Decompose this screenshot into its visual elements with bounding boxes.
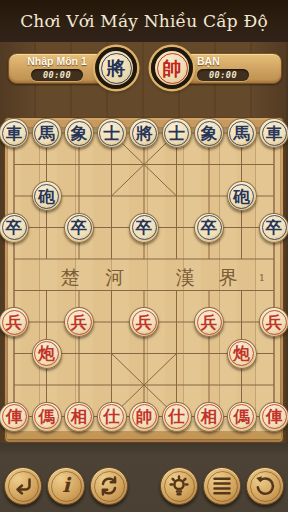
piece-glyph: 兵 (136, 314, 153, 331)
piece-black-soldier[interactable]: 卒 (259, 213, 288, 243)
piece-glyph: 卒 (71, 220, 88, 237)
black-general-icon: 將 (107, 59, 126, 78)
piece-glyph: 仕 (168, 409, 185, 426)
swap-sides-icon (97, 474, 121, 498)
piece-glyph: 象 (71, 125, 88, 142)
piece-red-soldier[interactable]: 兵 (129, 307, 159, 337)
piece-black-advisor[interactable]: 士 (162, 118, 192, 148)
hint-button[interactable] (160, 467, 198, 505)
header-bar: Chơi Với Máy Nhiều Cấp Độ (0, 0, 288, 42)
piece-glyph: 兵 (6, 314, 23, 331)
piece-black-horse[interactable]: 馬 (227, 118, 257, 148)
piece-glyph: 兵 (71, 314, 88, 331)
piece-glyph: 俥 (266, 409, 283, 426)
page-title: Chơi Với Máy Nhiều Cấp Độ (20, 11, 268, 31)
river-char-jie: 界 (219, 266, 238, 288)
swap-sides-button[interactable] (90, 467, 128, 505)
river-char-chu: 楚 (61, 266, 80, 288)
opponent-clock: 00:00 (31, 69, 83, 81)
restart-icon (253, 474, 277, 498)
piece-black-elephant[interactable]: 象 (64, 118, 94, 148)
piece-glyph: 兵 (266, 314, 283, 331)
piece-red-elephant[interactable]: 相 (194, 402, 224, 432)
piece-red-rook[interactable]: 俥 (0, 402, 29, 432)
restart-button[interactable] (246, 467, 284, 505)
piece-black-general[interactable]: 將 (129, 118, 159, 148)
piece-glyph: 砲 (233, 188, 250, 205)
app-screen: Chơi Với Máy Nhiều Cấp Độ Nhập Môn 1 00:… (0, 0, 288, 512)
piece-red-advisor[interactable]: 仕 (97, 402, 127, 432)
piece-red-cannon[interactable]: 炮 (32, 339, 62, 369)
info-icon: i (62, 475, 70, 495)
menu-icon (210, 474, 234, 498)
piece-black-elephant[interactable]: 象 (194, 118, 224, 148)
board-frame-bottom-edge (7, 431, 281, 439)
piece-red-elephant[interactable]: 相 (64, 402, 94, 432)
river-char-han: 漢 (176, 266, 195, 288)
piece-glyph: 將 (136, 125, 153, 142)
info-button[interactable]: i (47, 467, 85, 505)
piece-red-general[interactable]: 帥 (129, 402, 159, 432)
opponent-avatar: 將 (95, 47, 137, 89)
player-name: BẠN (197, 56, 220, 67)
piece-glyph: 傌 (38, 409, 55, 426)
piece-black-cannon[interactable]: 砲 (32, 181, 62, 211)
piece-red-horse[interactable]: 傌 (227, 402, 257, 432)
piece-glyph: 砲 (38, 188, 55, 205)
piece-black-advisor[interactable]: 士 (97, 118, 127, 148)
piece-glyph: 仕 (103, 409, 120, 426)
piece-glyph: 士 (103, 125, 120, 142)
player-clock: 00:00 (197, 69, 249, 81)
river-file-mark: 1 (259, 272, 265, 283)
xiangqi-board[interactable]: 楚 河 漢 界 1 (4, 117, 284, 443)
piece-glyph: 馬 (233, 125, 250, 142)
piece-black-soldier[interactable]: 卒 (64, 213, 94, 243)
piece-black-horse[interactable]: 馬 (32, 118, 62, 148)
piece-black-soldier[interactable]: 卒 (0, 213, 29, 243)
piece-red-soldier[interactable]: 兵 (0, 307, 29, 337)
piece-glyph: 車 (6, 125, 23, 142)
piece-red-soldier[interactable]: 兵 (259, 307, 288, 337)
piece-red-soldier[interactable]: 兵 (194, 307, 224, 337)
menu-button[interactable] (203, 467, 241, 505)
piece-glyph: 相 (71, 409, 88, 426)
player-avatar: 帥 (151, 47, 193, 89)
piece-black-rook[interactable]: 車 (259, 118, 288, 148)
piece-glyph: 傌 (233, 409, 250, 426)
hint-icon (167, 474, 191, 498)
piece-glyph: 象 (201, 125, 218, 142)
piece-glyph: 炮 (38, 346, 55, 363)
piece-glyph: 俥 (6, 409, 23, 426)
piece-black-cannon[interactable]: 砲 (227, 181, 257, 211)
river-char-he: 河 (106, 266, 125, 288)
piece-glyph: 卒 (201, 220, 218, 237)
undo-button[interactable] (4, 467, 42, 505)
piece-red-rook[interactable]: 俥 (259, 402, 288, 432)
piece-glyph: 卒 (136, 220, 153, 237)
piece-glyph: 車 (266, 125, 283, 142)
piece-red-soldier[interactable]: 兵 (64, 307, 94, 337)
piece-red-advisor[interactable]: 仕 (162, 402, 192, 432)
piece-glyph: 兵 (201, 314, 218, 331)
piece-glyph: 相 (201, 409, 218, 426)
undo-icon (11, 474, 35, 498)
piece-glyph: 炮 (233, 346, 250, 363)
piece-red-cannon[interactable]: 炮 (227, 339, 257, 369)
piece-black-soldier[interactable]: 卒 (194, 213, 224, 243)
piece-glyph: 士 (168, 125, 185, 142)
toolbar: i (0, 467, 288, 505)
piece-glyph: 馬 (38, 125, 55, 142)
piece-black-soldier[interactable]: 卒 (129, 213, 159, 243)
piece-glyph: 帥 (136, 409, 153, 426)
piece-glyph: 卒 (6, 220, 23, 237)
opponent-name: Nhập Môn 1 (27, 56, 87, 67)
piece-glyph: 卒 (266, 220, 283, 237)
piece-black-rook[interactable]: 車 (0, 118, 29, 148)
red-general-icon: 帥 (163, 59, 182, 78)
piece-red-horse[interactable]: 傌 (32, 402, 62, 432)
